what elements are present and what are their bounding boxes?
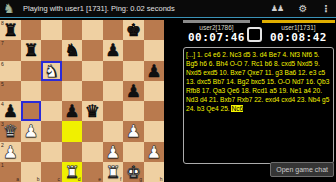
piece-black-rook[interactable]: ♜ <box>0 20 21 40</box>
square-g8[interactable]: ♚ <box>123 20 144 40</box>
square-a5[interactable]: 5 <box>0 81 21 101</box>
square-g4[interactable] <box>123 101 144 121</box>
open-game-chat-button[interactable]: Open game chat <box>270 162 334 177</box>
square-e8[interactable] <box>82 20 103 40</box>
square-b5[interactable] <box>21 81 42 101</box>
piece-white-rook[interactable]: ♜ <box>62 162 83 182</box>
square-b8[interactable] <box>21 20 42 40</box>
square-g6[interactable] <box>123 61 144 81</box>
square-g1[interactable]: g♚ <box>123 162 144 182</box>
square-c6[interactable]: ♞ <box>41 61 62 81</box>
piece-white-pawn[interactable]: ♟ <box>103 142 124 162</box>
file-label-a: a <box>16 176 19 182</box>
square-e7[interactable] <box>82 40 103 60</box>
players-icon[interactable]: ♟♟ <box>264 4 290 13</box>
square-a8[interactable]: 8♜ <box>0 20 21 40</box>
square-e6[interactable] <box>82 61 103 81</box>
black-player-name: user1[1731] <box>262 24 335 31</box>
square-c3[interactable] <box>41 121 62 141</box>
square-h2[interactable]: ♟ <box>144 142 165 162</box>
piece-black-pawn[interactable]: ♟ <box>0 101 21 121</box>
piece-black-queen[interactable]: ♛ <box>82 101 103 121</box>
square-c2[interactable] <box>41 142 62 162</box>
square-e2[interactable] <box>82 142 103 162</box>
move-list-text: [...] 1. c4 e6 2. Nc3 d5 3. d4 Be7 4. Nf… <box>186 51 329 112</box>
square-c7[interactable] <box>41 40 62 60</box>
overflow-menu-icon[interactable]: ⋮ <box>316 3 336 14</box>
piece-white-king[interactable]: ♚ <box>123 162 144 182</box>
black-player-clock: 00:08:42 <box>262 31 335 44</box>
square-h5[interactable] <box>144 81 165 101</box>
right-panel: user2[1786] user1[1731] 00:07:46 00:08:4… <box>183 20 335 23</box>
square-f1[interactable]: f♜ <box>103 162 124 182</box>
square-h1[interactable]: h <box>144 162 165 182</box>
square-c8[interactable] <box>41 20 62 40</box>
current-move-highlight: Nc6 <box>231 105 243 112</box>
square-f5[interactable] <box>103 81 124 101</box>
square-h6[interactable]: ♟ <box>144 61 165 81</box>
move-list[interactable]: [...] 1. c4 e6 2. Nc3 d5 3. d4 Be7 4. Nf… <box>183 47 334 164</box>
square-f4[interactable] <box>103 101 124 121</box>
piece-black-knight[interactable]: ♞ <box>62 40 83 60</box>
piece-white-knight[interactable]: ♞ <box>41 61 62 81</box>
game-status-title: Playing with user1 [1731]. Ping: 0.02 se… <box>23 4 264 13</box>
square-b6[interactable] <box>21 61 42 81</box>
action-bar: ♞ Playing with user1 [1731]. Ping: 0.02 … <box>0 0 336 18</box>
file-label-e: e <box>98 176 101 182</box>
piece-black-pawn[interactable]: ♟ <box>62 101 83 121</box>
square-d1[interactable]: d♜ <box>62 162 83 182</box>
piece-white-pawn[interactable]: ♟ <box>0 142 21 162</box>
piece-black-king[interactable]: ♚ <box>123 20 144 40</box>
piece-black-rook[interactable]: ♜ <box>21 40 42 60</box>
square-a1[interactable]: 1a <box>0 162 21 182</box>
rank-label-7: 7 <box>1 40 4 46</box>
square-g3[interactable]: ♟ <box>123 121 144 141</box>
rank-label-5: 5 <box>1 81 4 87</box>
square-e3[interactable] <box>82 121 103 141</box>
square-h7[interactable] <box>144 40 165 60</box>
white-player-clock: 00:07:46 <box>183 31 250 44</box>
square-a7[interactable]: 7 <box>0 40 21 60</box>
settings-gear-icon[interactable]: ⚙ <box>290 3 316 14</box>
file-label-h: h <box>160 176 163 182</box>
piece-black-pawn[interactable]: ♟ <box>103 40 124 60</box>
square-f6[interactable] <box>103 61 124 81</box>
piece-white-pawn[interactable]: ♟ <box>144 142 165 162</box>
square-d5[interactable] <box>62 81 83 101</box>
square-f2[interactable]: ♟ <box>103 142 124 162</box>
piece-white-pawn[interactable]: ♟ <box>21 121 42 141</box>
square-b7[interactable]: ♜ <box>21 40 42 60</box>
file-label-c: c <box>58 176 61 182</box>
square-b1[interactable]: b <box>21 162 42 182</box>
square-d3[interactable] <box>62 121 83 141</box>
square-d2[interactable] <box>62 142 83 162</box>
chess-board[interactable]: 8♜♚7♜♞♟6♞♟5♟4♟♟♛3♛♟♟2♟♟♟1abcd♜ef♜g♚h <box>0 20 164 182</box>
square-b4[interactable] <box>21 101 42 121</box>
square-f7[interactable]: ♟ <box>103 40 124 60</box>
active-player-bars <box>183 20 335 23</box>
square-a2[interactable]: 2♟ <box>0 142 21 162</box>
square-g7[interactable] <box>123 40 144 60</box>
square-f8[interactable] <box>103 20 124 40</box>
square-h4[interactable] <box>144 101 165 121</box>
piece-black-pawn[interactable]: ♟ <box>144 61 165 81</box>
square-h3[interactable] <box>144 121 165 141</box>
black-player-bar <box>262 20 335 23</box>
square-b2[interactable] <box>21 142 42 162</box>
square-c1[interactable]: c <box>41 162 62 182</box>
piece-white-queen[interactable]: ♛ <box>0 121 21 141</box>
piece-white-rook[interactable]: ♜ <box>103 162 124 182</box>
app-logo-icon: ♞ <box>3 1 17 16</box>
square-a3[interactable]: 3♛ <box>0 121 21 141</box>
square-d8[interactable] <box>62 20 83 40</box>
chess-app-screen: ♞ Playing with user1 [1731]. Ping: 0.02 … <box>0 0 336 182</box>
rank-label-1: 1 <box>1 162 4 168</box>
square-c5[interactable] <box>41 81 62 101</box>
rank-label-6: 6 <box>1 61 4 67</box>
square-b3[interactable]: ♟ <box>21 121 42 141</box>
square-e1[interactable]: e <box>82 162 103 182</box>
square-h8[interactable] <box>144 20 165 40</box>
square-e4[interactable]: ♛ <box>82 101 103 121</box>
piece-black-pawn[interactable]: ♟ <box>123 81 144 101</box>
square-d6[interactable] <box>62 61 83 81</box>
square-c4[interactable] <box>41 101 62 121</box>
file-label-b: b <box>37 176 40 182</box>
square-a6[interactable]: 6 <box>0 61 21 81</box>
square-d7[interactable]: ♞ <box>62 40 83 60</box>
square-d4[interactable]: ♟ <box>62 101 83 121</box>
white-player-bar <box>183 20 250 23</box>
white-player-name: user2[1786] <box>183 24 250 31</box>
square-e5[interactable] <box>82 81 103 101</box>
square-a4[interactable]: 4♟ <box>0 101 21 121</box>
piece-white-pawn[interactable]: ♟ <box>123 121 144 141</box>
square-f3[interactable] <box>103 121 124 141</box>
square-g2[interactable] <box>123 142 144 162</box>
square-g5[interactable]: ♟ <box>123 81 144 101</box>
